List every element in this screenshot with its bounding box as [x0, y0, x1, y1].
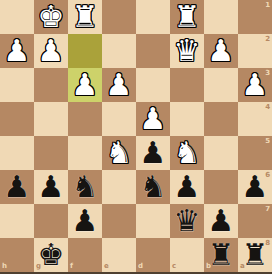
white-queen[interactable]: ♛ [170, 34, 204, 68]
black-knight[interactable]: ♞ [68, 170, 102, 204]
black-rook[interactable]: ♜ [238, 238, 272, 272]
square-d7[interactable] [136, 204, 170, 238]
square-a3[interactable]: ♟3 [238, 68, 272, 102]
square-h5[interactable] [0, 136, 34, 170]
square-c5[interactable]: ♞ [170, 136, 204, 170]
square-a1[interactable]: 1 [238, 0, 272, 34]
square-b3[interactable] [204, 68, 238, 102]
square-g2[interactable]: ♟ [34, 34, 68, 68]
square-f3[interactable]: ♟ [68, 68, 102, 102]
square-h6[interactable]: ♟ [0, 170, 34, 204]
square-d5[interactable]: ♟ [136, 136, 170, 170]
white-pawn[interactable]: ♟ [68, 68, 102, 102]
square-e5[interactable]: ♞ [102, 136, 136, 170]
square-g3[interactable] [34, 68, 68, 102]
square-b6[interactable] [204, 170, 238, 204]
white-knight[interactable]: ♞ [170, 136, 204, 170]
square-b4[interactable] [204, 102, 238, 136]
square-f7[interactable]: ♟ [68, 204, 102, 238]
square-h4[interactable] [0, 102, 34, 136]
square-d8[interactable]: d [136, 238, 170, 272]
square-b5[interactable] [204, 136, 238, 170]
square-h8[interactable]: h [0, 238, 34, 272]
square-c1[interactable]: ♜ [170, 0, 204, 34]
black-pawn[interactable]: ♟ [68, 204, 102, 238]
white-knight[interactable]: ♞ [102, 136, 136, 170]
square-g7[interactable] [34, 204, 68, 238]
square-f4[interactable] [68, 102, 102, 136]
square-f2[interactable] [68, 34, 102, 68]
black-king[interactable]: ♚ [34, 238, 68, 272]
square-h2[interactable]: ♟ [0, 34, 34, 68]
black-pawn[interactable]: ♟ [238, 170, 272, 204]
file-label-f: f [70, 263, 73, 270]
square-c8[interactable]: c [170, 238, 204, 272]
rank-label-7: 7 [265, 206, 270, 213]
square-b7[interactable]: ♟ [204, 204, 238, 238]
square-e1[interactable] [102, 0, 136, 34]
white-rook[interactable]: ♜ [68, 0, 102, 34]
file-label-h: h [2, 263, 7, 270]
square-h1[interactable] [0, 0, 34, 34]
square-f5[interactable] [68, 136, 102, 170]
square-h7[interactable] [0, 204, 34, 238]
file-label-e: e [104, 263, 109, 270]
white-pawn[interactable]: ♟ [34, 34, 68, 68]
white-pawn[interactable]: ♟ [238, 68, 272, 102]
white-rook[interactable]: ♜ [170, 0, 204, 34]
square-b1[interactable] [204, 0, 238, 34]
square-d1[interactable] [136, 0, 170, 34]
rank-label-1: 1 [265, 2, 270, 9]
white-king[interactable]: ♚ [34, 0, 68, 34]
black-knight[interactable]: ♞ [136, 170, 170, 204]
square-a2[interactable]: 2 [238, 34, 272, 68]
square-e7[interactable] [102, 204, 136, 238]
square-c4[interactable] [170, 102, 204, 136]
square-c3[interactable] [170, 68, 204, 102]
square-a4[interactable]: 4 [238, 102, 272, 136]
square-f8[interactable]: f [68, 238, 102, 272]
square-d4[interactable]: ♟ [136, 102, 170, 136]
black-pawn[interactable]: ♟ [0, 170, 34, 204]
white-pawn[interactable]: ♟ [136, 102, 170, 136]
square-e8[interactable]: e [102, 238, 136, 272]
square-a7[interactable]: 7 [238, 204, 272, 238]
square-e2[interactable] [102, 34, 136, 68]
rank-label-2: 2 [265, 36, 270, 43]
square-c2[interactable]: ♛ [170, 34, 204, 68]
black-pawn[interactable]: ♟ [204, 204, 238, 238]
file-label-c: c [172, 263, 176, 270]
square-a5[interactable]: 5 [238, 136, 272, 170]
rank-label-5: 5 [265, 138, 270, 145]
square-b2[interactable]: ♟ [204, 34, 238, 68]
file-label-d: d [138, 263, 143, 270]
square-c6[interactable]: ♟ [170, 170, 204, 204]
square-g6[interactable]: ♟ [34, 170, 68, 204]
square-d6[interactable]: ♞ [136, 170, 170, 204]
square-d3[interactable] [136, 68, 170, 102]
white-pawn[interactable]: ♟ [204, 34, 238, 68]
square-g5[interactable] [34, 136, 68, 170]
square-c7[interactable]: ♛ [170, 204, 204, 238]
black-pawn[interactable]: ♟ [136, 136, 170, 170]
white-pawn[interactable]: ♟ [0, 34, 34, 68]
black-pawn[interactable]: ♟ [170, 170, 204, 204]
black-queen[interactable]: ♛ [170, 204, 204, 238]
chess-board: ♚♜♜1♟♟♛♟2♟♟♟3♟4♞♟♞5♟♟♞♞♟♟6♟♛♟7h♚gfedc♜b♜… [0, 0, 272, 274]
rank-label-4: 4 [265, 104, 270, 111]
square-g8[interactable]: ♚g [34, 238, 68, 272]
square-e3[interactable]: ♟ [102, 68, 136, 102]
square-a6[interactable]: ♟6 [238, 170, 272, 204]
square-b8[interactable]: ♜b [204, 238, 238, 272]
square-a8[interactable]: ♜a8 [238, 238, 272, 272]
square-g1[interactable]: ♚ [34, 0, 68, 34]
square-h3[interactable] [0, 68, 34, 102]
square-e6[interactable] [102, 170, 136, 204]
square-f1[interactable]: ♜ [68, 0, 102, 34]
square-d2[interactable] [136, 34, 170, 68]
square-e4[interactable] [102, 102, 136, 136]
black-rook[interactable]: ♜ [204, 238, 238, 272]
black-pawn[interactable]: ♟ [34, 170, 68, 204]
white-pawn[interactable]: ♟ [102, 68, 136, 102]
square-g4[interactable] [34, 102, 68, 136]
square-f6[interactable]: ♞ [68, 170, 102, 204]
